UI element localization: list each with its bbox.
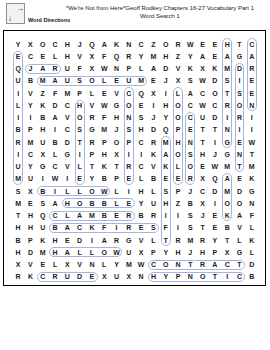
grid-cell[interactable]: C: [246, 38, 258, 50]
grid-cell[interactable]: N: [246, 99, 258, 111]
grid-cell[interactable]: P: [24, 124, 36, 136]
grid-cell[interactable]: M: [221, 185, 233, 197]
grid-cell[interactable]: P: [172, 124, 184, 136]
grid-cell[interactable]: O: [209, 87, 221, 99]
grid-cell[interactable]: Z: [172, 197, 184, 209]
grid-cell[interactable]: K: [110, 38, 122, 50]
grid-cell[interactable]: O: [86, 75, 98, 87]
grid-cell[interactable]: R: [172, 38, 184, 50]
grid-cell[interactable]: I: [221, 112, 233, 124]
grid-cell[interactable]: C: [61, 124, 73, 136]
grid-cell[interactable]: H: [147, 271, 159, 283]
grid-cell[interactable]: W: [98, 185, 110, 197]
grid-cell[interactable]: F: [246, 210, 258, 222]
grid-cell[interactable]: R: [196, 234, 208, 246]
grid-cell[interactable]: P: [86, 148, 98, 160]
grid-cell[interactable]: L: [98, 259, 110, 271]
grid-cell[interactable]: B: [98, 173, 110, 185]
grid-cell[interactable]: I: [61, 173, 73, 185]
grid-cell[interactable]: X: [24, 185, 36, 197]
grid-cell[interactable]: V: [73, 50, 85, 62]
grid-cell[interactable]: P: [209, 246, 221, 258]
grid-cell[interactable]: S: [135, 112, 147, 124]
grid-cell[interactable]: E: [233, 136, 245, 148]
grid-cell[interactable]: G: [110, 99, 122, 111]
grid-cell[interactable]: B: [184, 197, 196, 209]
grid-cell[interactable]: L: [86, 87, 98, 99]
grid-cell[interactable]: L: [61, 210, 73, 222]
grid-cell[interactable]: P: [73, 87, 85, 99]
grid-cell[interactable]: E: [160, 173, 172, 185]
grid-cell[interactable]: W: [196, 99, 208, 111]
grid-cell[interactable]: M: [221, 161, 233, 173]
grid-cell[interactable]: S: [160, 185, 172, 197]
grid-cell[interactable]: H: [160, 99, 172, 111]
grid-cell[interactable]: L: [49, 50, 61, 62]
grid-cell[interactable]: X: [37, 148, 49, 160]
grid-cell[interactable]: E: [209, 50, 221, 62]
grid-cell[interactable]: S: [73, 124, 85, 136]
grid-cell[interactable]: R: [233, 112, 245, 124]
grid-cell[interactable]: P: [24, 234, 36, 246]
grid-cell[interactable]: E: [98, 87, 110, 99]
grid-cell[interactable]: U: [123, 246, 135, 258]
grid-cell[interactable]: L: [135, 173, 147, 185]
grid-cell[interactable]: G: [233, 246, 245, 258]
grid-cell[interactable]: R: [147, 136, 159, 148]
grid-cell[interactable]: A: [147, 63, 159, 75]
grid-cell[interactable]: V: [233, 222, 245, 234]
grid-cell[interactable]: E: [110, 210, 122, 222]
grid-cell[interactable]: N: [184, 271, 196, 283]
grid-cell[interactable]: O: [184, 161, 196, 173]
grid-cell[interactable]: B: [37, 112, 49, 124]
grid-cell[interactable]: E: [12, 50, 24, 62]
grid-cell[interactable]: C: [209, 99, 221, 111]
grid-cell[interactable]: F: [73, 63, 85, 75]
grid-cell[interactable]: A: [160, 148, 172, 160]
grid-cell[interactable]: T: [196, 136, 208, 148]
grid-cell[interactable]: A: [98, 234, 110, 246]
grid-cell[interactable]: T: [184, 259, 196, 271]
grid-cell[interactable]: C: [233, 271, 245, 283]
grid-cell[interactable]: I: [246, 124, 258, 136]
grid-cell[interactable]: I: [147, 99, 159, 111]
grid-cell[interactable]: O: [37, 38, 49, 50]
grid-cell[interactable]: B: [221, 222, 233, 234]
grid-cell[interactable]: R: [123, 161, 135, 173]
grid-cell[interactable]: U: [61, 75, 73, 87]
grid-cell[interactable]: U: [147, 197, 159, 209]
grid-cell[interactable]: S: [221, 75, 233, 87]
grid-cell[interactable]: M: [12, 173, 24, 185]
grid-cell[interactable]: E: [123, 173, 135, 185]
grid-cell[interactable]: W: [184, 38, 196, 50]
grid-cell[interactable]: D: [209, 112, 221, 124]
grid-cell[interactable]: Q: [110, 50, 122, 62]
grid-cell[interactable]: R: [123, 210, 135, 222]
grid-cell[interactable]: X: [110, 148, 122, 160]
grid-cell[interactable]: O: [172, 112, 184, 124]
grid-cell[interactable]: C: [184, 112, 196, 124]
grid-cell[interactable]: P: [110, 173, 122, 185]
grid-cell[interactable]: K: [221, 210, 233, 222]
grid-cell[interactable]: C: [147, 259, 159, 271]
grid-cell[interactable]: L: [147, 234, 159, 246]
grid-cell[interactable]: X: [61, 259, 73, 271]
grid-cell[interactable]: K: [209, 63, 221, 75]
grid-cell[interactable]: C: [221, 259, 233, 271]
grid-cell[interactable]: X: [221, 246, 233, 258]
grid-cell[interactable]: M: [246, 161, 258, 173]
grid-cell[interactable]: I: [209, 136, 221, 148]
grid-cell[interactable]: W: [49, 173, 61, 185]
grid-cell[interactable]: X: [86, 50, 98, 62]
grid-cell[interactable]: J: [184, 185, 196, 197]
grid-cell[interactable]: S: [12, 185, 24, 197]
grid-cell[interactable]: X: [147, 87, 159, 99]
grid-cell[interactable]: U: [12, 161, 24, 173]
grid-cell[interactable]: V: [86, 99, 98, 111]
grid-cell[interactable]: C: [49, 210, 61, 222]
grid-cell[interactable]: I: [86, 234, 98, 246]
grid-cell[interactable]: E: [110, 75, 122, 87]
grid-cell[interactable]: A: [233, 210, 245, 222]
grid-cell[interactable]: C: [135, 161, 147, 173]
grid-cell[interactable]: N: [172, 259, 184, 271]
grid-cell[interactable]: I: [172, 222, 184, 234]
grid-cell[interactable]: R: [172, 234, 184, 246]
grid-cell[interactable]: I: [110, 222, 122, 234]
grid-cell[interactable]: I: [221, 271, 233, 283]
grid-cell[interactable]: Z: [147, 38, 159, 50]
grid-cell[interactable]: D: [160, 63, 172, 75]
grid-cell[interactable]: B: [135, 210, 147, 222]
grid-cell[interactable]: S: [37, 197, 49, 209]
grid-cell[interactable]: T: [86, 161, 98, 173]
grid-cell[interactable]: O: [86, 185, 98, 197]
grid-cell[interactable]: W: [246, 136, 258, 148]
grid-cell[interactable]: S: [184, 222, 196, 234]
grid-cell[interactable]: C: [49, 161, 61, 173]
grid-cell[interactable]: P: [172, 185, 184, 197]
grid-cell[interactable]: D: [209, 75, 221, 87]
grid-cell[interactable]: E: [147, 75, 159, 87]
grid-cell[interactable]: I: [160, 210, 172, 222]
grid-cell[interactable]: S: [147, 222, 159, 234]
grid-cell[interactable]: D: [233, 185, 245, 197]
grid-cell[interactable]: I: [209, 197, 221, 209]
grid-cell[interactable]: I: [135, 148, 147, 160]
grid-cell[interactable]: F: [98, 222, 110, 234]
grid-cell[interactable]: F: [98, 50, 110, 62]
grid-cell[interactable]: B: [12, 124, 24, 136]
grid-cell[interactable]: I: [12, 112, 24, 124]
grid-cell[interactable]: T: [209, 124, 221, 136]
grid-cell[interactable]: M: [123, 259, 135, 271]
grid-cell[interactable]: R: [196, 259, 208, 271]
grid-cell[interactable]: T: [246, 148, 258, 160]
grid-cell[interactable]: N: [221, 124, 233, 136]
grid-cell[interactable]: A: [221, 50, 233, 62]
grid-cell[interactable]: U: [37, 136, 49, 148]
grid-cell[interactable]: W: [98, 63, 110, 75]
grid-cell[interactable]: F: [160, 222, 172, 234]
grid-cell[interactable]: M: [184, 234, 196, 246]
grid-cell[interactable]: U: [196, 112, 208, 124]
grid-cell[interactable]: H: [135, 124, 147, 136]
grid-cell[interactable]: R: [221, 99, 233, 111]
grid-cell[interactable]: E: [123, 197, 135, 209]
grid-cell[interactable]: X: [123, 271, 135, 283]
grid-cell[interactable]: T: [196, 124, 208, 136]
grid-cell[interactable]: Y: [24, 99, 36, 111]
grid-cell[interactable]: C: [184, 99, 196, 111]
grid-cell[interactable]: B: [24, 75, 36, 87]
grid-cell[interactable]: L: [61, 185, 73, 197]
grid-cell[interactable]: W: [98, 99, 110, 111]
grid-cell[interactable]: G: [221, 136, 233, 148]
grid-cell[interactable]: E: [209, 222, 221, 234]
grid-cell[interactable]: H: [135, 185, 147, 197]
grid-cell[interactable]: V: [110, 87, 122, 99]
grid-cell[interactable]: K: [86, 222, 98, 234]
grid-cell[interactable]: O: [196, 271, 208, 283]
grid-cell[interactable]: R: [123, 50, 135, 62]
grid-cell[interactable]: E: [196, 161, 208, 173]
grid-cell[interactable]: T: [233, 259, 245, 271]
grid-cell[interactable]: D: [246, 259, 258, 271]
grid-cell[interactable]: V: [61, 161, 73, 173]
grid-cell[interactable]: T: [12, 210, 24, 222]
grid-cell[interactable]: H: [24, 222, 36, 234]
grid-cell[interactable]: S: [184, 75, 196, 87]
grid-cell[interactable]: K: [24, 271, 36, 283]
grid-cell[interactable]: I: [233, 75, 245, 87]
grid-cell[interactable]: H: [160, 197, 172, 209]
grid-cell[interactable]: H: [172, 136, 184, 148]
grid-cell[interactable]: P: [123, 63, 135, 75]
grid-cell[interactable]: O: [123, 99, 135, 111]
grid-cell[interactable]: T: [221, 87, 233, 99]
grid-cell[interactable]: I: [233, 124, 245, 136]
grid-cell[interactable]: E: [135, 99, 147, 111]
grid-cell[interactable]: D: [24, 246, 36, 258]
grid-cell[interactable]: L: [110, 197, 122, 209]
grid-cell[interactable]: Q: [12, 63, 24, 75]
grid-cell[interactable]: I: [123, 185, 135, 197]
grid-cell[interactable]: A: [61, 222, 73, 234]
grid-cell[interactable]: C: [24, 148, 36, 160]
grid-cell[interactable]: D: [233, 63, 245, 75]
grid-cell[interactable]: O: [221, 197, 233, 209]
grid-cell[interactable]: I: [49, 124, 61, 136]
grid-cell[interactable]: R: [184, 173, 196, 185]
grid-cell[interactable]: P: [147, 246, 159, 258]
grid-cell[interactable]: Z: [172, 50, 184, 62]
grid-cell[interactable]: G: [221, 148, 233, 160]
grid-cell[interactable]: G: [61, 148, 73, 160]
grid-cell[interactable]: X: [86, 63, 98, 75]
grid-cell[interactable]: T: [233, 38, 245, 50]
grid-cell[interactable]: A: [49, 75, 61, 87]
grid-cell[interactable]: D: [61, 136, 73, 148]
grid-cell[interactable]: J: [73, 38, 85, 50]
grid-cell[interactable]: A: [196, 50, 208, 62]
grid-cell[interactable]: R: [246, 63, 258, 75]
grid-cell[interactable]: E: [24, 197, 36, 209]
grid-cell[interactable]: E: [184, 124, 196, 136]
grid-cell[interactable]: W: [196, 75, 208, 87]
grid-cell[interactable]: D: [49, 99, 61, 111]
grid-cell[interactable]: U: [24, 173, 36, 185]
grid-cell[interactable]: R: [12, 136, 24, 148]
grid-cell[interactable]: R: [147, 210, 159, 222]
grid-cell[interactable]: P: [172, 271, 184, 283]
grid-cell[interactable]: O: [73, 197, 85, 209]
grid-cell[interactable]: H: [172, 246, 184, 258]
grid-cell[interactable]: J: [184, 246, 196, 258]
grid-cell[interactable]: T: [73, 136, 85, 148]
grid-cell[interactable]: C: [24, 50, 36, 62]
grid-cell[interactable]: Z: [37, 87, 49, 99]
grid-cell[interactable]: E: [246, 87, 258, 99]
grid-cell[interactable]: E: [135, 222, 147, 234]
grid-cell[interactable]: V: [73, 259, 85, 271]
grid-cell[interactable]: L: [246, 222, 258, 234]
grid-cell[interactable]: G: [37, 161, 49, 173]
grid-cell[interactable]: I: [24, 112, 36, 124]
grid-cell[interactable]: T: [196, 222, 208, 234]
grid-cell[interactable]: M: [160, 136, 172, 148]
grid-cell[interactable]: A: [37, 63, 49, 75]
grid-cell[interactable]: I: [12, 148, 24, 160]
grid-cell[interactable]: I: [160, 87, 172, 99]
grid-cell[interactable]: A: [221, 173, 233, 185]
grid-cell[interactable]: L: [86, 246, 98, 258]
grid-cell[interactable]: Q: [135, 87, 147, 99]
grid-cell[interactable]: U: [61, 63, 73, 75]
grid-cell[interactable]: I: [73, 148, 85, 160]
grid-cell[interactable]: V: [24, 259, 36, 271]
grid-cell[interactable]: X: [12, 259, 24, 271]
grid-cell[interactable]: U: [110, 271, 122, 283]
grid-cell[interactable]: Q: [160, 124, 172, 136]
grid-cell[interactable]: A: [73, 210, 85, 222]
grid-cell[interactable]: T: [160, 234, 172, 246]
grid-cell[interactable]: J: [24, 63, 36, 75]
grid-cell[interactable]: M: [86, 210, 98, 222]
grid-cell[interactable]: B: [12, 234, 24, 246]
grid-cell[interactable]: R: [86, 136, 98, 148]
grid-cell[interactable]: M: [135, 75, 147, 87]
grid-cell[interactable]: L: [135, 63, 147, 75]
grid-cell[interactable]: P: [98, 136, 110, 148]
grid-cell[interactable]: H: [12, 222, 24, 234]
grid-cell[interactable]: K: [246, 173, 258, 185]
grid-cell[interactable]: D: [73, 234, 85, 246]
grid-cell[interactable]: Y: [12, 38, 24, 50]
grid-cell[interactable]: A: [49, 197, 61, 209]
grid-cell[interactable]: B: [49, 222, 61, 234]
grid-cell[interactable]: I: [37, 173, 49, 185]
grid-cell[interactable]: R: [12, 271, 24, 283]
grid-cell[interactable]: O: [233, 197, 245, 209]
grid-cell[interactable]: F: [98, 112, 110, 124]
grid-cell[interactable]: R: [49, 63, 61, 75]
grid-cell[interactable]: M: [37, 75, 49, 87]
grid-cell[interactable]: H: [160, 50, 172, 62]
grid-cell[interactable]: W: [209, 161, 221, 173]
grid-cell[interactable]: X: [24, 38, 36, 50]
grid-cell[interactable]: R: [86, 112, 98, 124]
grid-cell[interactable]: M: [61, 87, 73, 99]
grid-cell[interactable]: N: [233, 148, 245, 160]
grid-cell[interactable]: K: [184, 63, 196, 75]
grid-cell[interactable]: O: [98, 246, 110, 258]
grid-cell[interactable]: H: [98, 148, 110, 160]
grid-cell[interactable]: Y: [135, 50, 147, 62]
grid-cell[interactable]: L: [73, 185, 85, 197]
grid-cell[interactable]: L: [49, 148, 61, 160]
grid-cell[interactable]: L: [49, 259, 61, 271]
grid-cell[interactable]: E: [61, 234, 73, 246]
grid-cell[interactable]: D: [209, 185, 221, 197]
grid-cell[interactable]: Q: [86, 38, 98, 50]
grid-cell[interactable]: Y: [160, 112, 172, 124]
grid-cell[interactable]: C: [123, 87, 135, 99]
grid-cell[interactable]: V: [135, 234, 147, 246]
grid-cell[interactable]: H: [61, 50, 73, 62]
grid-cell[interactable]: N: [184, 136, 196, 148]
grid-cell[interactable]: X: [196, 173, 208, 185]
grid-cell[interactable]: E: [196, 38, 208, 50]
grid-cell[interactable]: L: [246, 246, 258, 258]
grid-cell[interactable]: K: [147, 148, 159, 160]
grid-cell[interactable]: S: [123, 124, 135, 136]
grid-cell[interactable]: M: [24, 136, 36, 148]
grid-cell[interactable]: K: [98, 161, 110, 173]
grid-cell[interactable]: O: [160, 38, 172, 50]
grid-cell[interactable]: Y: [209, 234, 221, 246]
grid-cell[interactable]: B: [86, 197, 98, 209]
grid-cell[interactable]: U: [12, 75, 24, 87]
grid-cell[interactable]: R: [49, 271, 61, 283]
grid-cell[interactable]: H: [110, 112, 122, 124]
grid-cell[interactable]: J: [147, 112, 159, 124]
grid-cell[interactable]: C: [196, 185, 208, 197]
grid-cell[interactable]: L: [147, 185, 159, 197]
grid-cell[interactable]: A: [49, 112, 61, 124]
grid-cell[interactable]: K: [37, 99, 49, 111]
grid-cell[interactable]: C: [37, 271, 49, 283]
grid-cell[interactable]: M: [221, 63, 233, 75]
grid-cell[interactable]: E: [73, 173, 85, 185]
grid-cell[interactable]: P: [123, 136, 135, 148]
grid-cell[interactable]: N: [135, 271, 147, 283]
grid-cell[interactable]: L: [110, 185, 122, 197]
grid-cell[interactable]: Q: [37, 210, 49, 222]
grid-cell[interactable]: M: [37, 246, 49, 258]
grid-cell[interactable]: L: [172, 87, 184, 99]
grid-cell[interactable]: B: [37, 185, 49, 197]
grid-cell[interactable]: H: [12, 246, 24, 258]
grid-cell[interactable]: W: [110, 246, 122, 258]
grid-cell[interactable]: N: [110, 63, 122, 75]
grid-cell[interactable]: C: [135, 136, 147, 148]
grid-cell[interactable]: A: [209, 259, 221, 271]
grid-cell[interactable]: G: [246, 185, 258, 197]
